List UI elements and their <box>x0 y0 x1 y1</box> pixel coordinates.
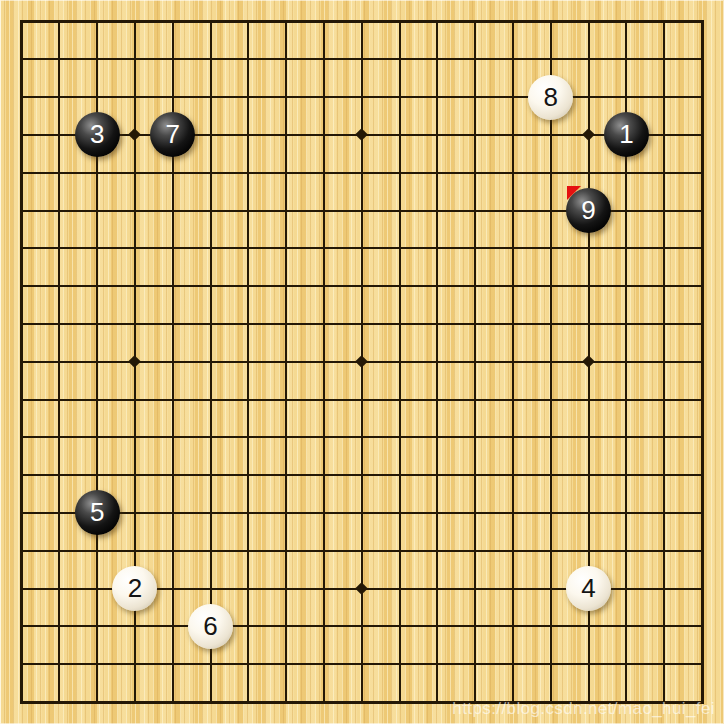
grid-vline <box>512 21 514 703</box>
grid-hline <box>21 625 703 627</box>
grid-hline <box>21 512 703 514</box>
stone-white-8-P17: 8 <box>528 75 573 120</box>
grid-hline <box>21 663 703 665</box>
stone-black-5-C6: 5 <box>75 490 120 535</box>
last-move-marker-icon <box>567 186 581 200</box>
grid-hline <box>21 436 703 438</box>
grid-vline <box>436 21 438 703</box>
stone-black-9-Q14: 9 <box>566 188 611 233</box>
stone-black-1-R16: 1 <box>604 112 649 157</box>
grid-hline <box>21 550 703 552</box>
grid-hline <box>21 474 703 476</box>
go-board: 123456789 https://blog.csdn.net/mao_hui_… <box>0 0 724 724</box>
grid-vline <box>399 21 401 703</box>
grid-vline <box>550 21 552 703</box>
grid-vline <box>663 21 665 703</box>
grid-hline <box>21 399 703 401</box>
stone-white-4-Q4: 4 <box>566 566 611 611</box>
grid-vline <box>474 21 476 703</box>
stone-white-6-F3: 6 <box>188 604 233 649</box>
stone-black-3-C16: 3 <box>75 112 120 157</box>
watermark-text: https://blog.csdn.net/mao_hui_fei <box>452 699 715 719</box>
